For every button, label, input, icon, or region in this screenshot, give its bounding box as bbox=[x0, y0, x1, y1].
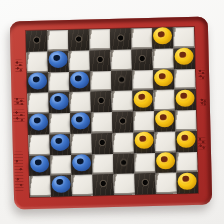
light-square[interactable] bbox=[131, 28, 153, 49]
dark-square[interactable] bbox=[154, 110, 176, 131]
embossed-text-icon bbox=[14, 151, 24, 191]
piece-hole bbox=[180, 52, 187, 58]
piece-hole bbox=[75, 75, 82, 81]
piece-hole bbox=[76, 116, 83, 122]
light-square[interactable] bbox=[112, 132, 134, 153]
embossed-dots-icon bbox=[198, 68, 205, 80]
piece-hole bbox=[183, 176, 190, 182]
blue-piece[interactable] bbox=[69, 71, 88, 88]
piece-hole bbox=[33, 76, 40, 82]
embossed-dots-icon bbox=[198, 136, 206, 150]
light-square[interactable] bbox=[176, 151, 198, 172]
light-square[interactable] bbox=[111, 91, 133, 112]
dark-square[interactable] bbox=[153, 69, 175, 90]
piece-hole bbox=[54, 55, 61, 61]
blue-piece[interactable] bbox=[49, 92, 68, 109]
dark-square[interactable] bbox=[93, 174, 115, 195]
dark-square[interactable] bbox=[68, 30, 90, 51]
yellow-piece[interactable] bbox=[134, 132, 153, 149]
light-square[interactable] bbox=[110, 49, 132, 70]
dark-square[interactable] bbox=[70, 112, 92, 133]
yellow-piece[interactable] bbox=[153, 69, 172, 86]
light-square[interactable] bbox=[173, 27, 195, 48]
light-square[interactable] bbox=[175, 110, 197, 131]
dark-square[interactable] bbox=[175, 131, 197, 152]
dark-square[interactable] bbox=[47, 51, 69, 72]
light-square[interactable] bbox=[27, 93, 49, 114]
yellow-piece[interactable] bbox=[155, 152, 174, 169]
embossed-logo-icon bbox=[13, 109, 25, 122]
embossed-dots-icon bbox=[15, 59, 23, 72]
piece-hole bbox=[160, 114, 167, 120]
light-square[interactable] bbox=[72, 175, 94, 196]
dark-square[interactable] bbox=[113, 153, 135, 174]
dark-square[interactable] bbox=[111, 70, 133, 91]
checkers-board-photo bbox=[0, 0, 224, 224]
blue-piece[interactable] bbox=[48, 51, 67, 68]
dark-square[interactable] bbox=[50, 134, 72, 155]
piece-hole bbox=[159, 73, 166, 79]
dark-square[interactable] bbox=[48, 92, 70, 113]
yellow-piece[interactable] bbox=[177, 172, 196, 189]
dark-square[interactable] bbox=[90, 91, 112, 112]
light-square[interactable] bbox=[134, 152, 156, 173]
yellow-piece[interactable] bbox=[152, 28, 171, 45]
light-square[interactable] bbox=[152, 48, 174, 69]
dark-square[interactable] bbox=[89, 50, 111, 71]
yellow-piece[interactable] bbox=[175, 89, 194, 106]
light-square[interactable] bbox=[133, 111, 155, 132]
dark-square[interactable] bbox=[26, 31, 48, 52]
piece-hole bbox=[56, 138, 63, 144]
piece-hole bbox=[57, 179, 64, 185]
dark-square[interactable] bbox=[69, 71, 91, 92]
embossed-text-icon bbox=[14, 97, 25, 105]
dark-square[interactable] bbox=[112, 111, 134, 132]
dark-square[interactable] bbox=[29, 155, 51, 176]
yellow-piece[interactable] bbox=[133, 90, 152, 107]
dark-square[interactable] bbox=[133, 132, 155, 153]
blue-piece[interactable] bbox=[27, 72, 46, 89]
board-frame bbox=[10, 17, 213, 210]
light-square[interactable] bbox=[70, 133, 92, 154]
yellow-piece[interactable] bbox=[154, 110, 173, 127]
blue-piece[interactable] bbox=[70, 113, 89, 130]
dark-square[interactable] bbox=[28, 114, 50, 135]
dark-square[interactable] bbox=[134, 173, 156, 194]
piece-hole bbox=[77, 158, 84, 164]
piece-hole bbox=[161, 156, 168, 162]
dark-square[interactable] bbox=[174, 89, 196, 110]
dark-square[interactable] bbox=[71, 154, 93, 175]
light-square[interactable] bbox=[68, 50, 90, 71]
light-square[interactable] bbox=[132, 69, 154, 90]
piece-hole bbox=[139, 94, 146, 100]
blue-piece[interactable] bbox=[28, 114, 47, 131]
dark-square[interactable] bbox=[27, 72, 49, 93]
blue-piece[interactable] bbox=[29, 155, 48, 172]
piece-hole bbox=[34, 118, 41, 124]
yellow-piece[interactable] bbox=[174, 48, 193, 65]
light-square[interactable] bbox=[154, 131, 176, 152]
light-square[interactable] bbox=[113, 174, 135, 195]
piece-hole bbox=[55, 96, 62, 102]
light-square[interactable] bbox=[69, 92, 91, 113]
light-square[interactable] bbox=[155, 173, 177, 194]
light-square[interactable] bbox=[48, 72, 70, 93]
dark-square[interactable] bbox=[155, 152, 177, 173]
yellow-piece[interactable] bbox=[176, 131, 195, 148]
light-square[interactable] bbox=[26, 51, 48, 72]
light-square[interactable] bbox=[49, 113, 71, 134]
embossed-dots-icon bbox=[200, 98, 207, 106]
blue-piece[interactable] bbox=[51, 175, 70, 192]
dark-square[interactable] bbox=[132, 90, 154, 111]
light-square[interactable] bbox=[30, 176, 52, 197]
piece-hole bbox=[140, 136, 147, 142]
piece-hole bbox=[35, 159, 42, 165]
piece-hole bbox=[181, 93, 188, 99]
light-square[interactable] bbox=[47, 30, 69, 51]
light-square[interactable] bbox=[89, 29, 111, 50]
dark-square[interactable] bbox=[110, 28, 132, 49]
light-square[interactable] bbox=[174, 68, 196, 89]
dark-square[interactable] bbox=[51, 175, 73, 196]
dark-square[interactable] bbox=[176, 172, 198, 193]
light-square[interactable] bbox=[50, 154, 72, 175]
light-square[interactable] bbox=[153, 90, 175, 111]
dark-square[interactable] bbox=[173, 48, 195, 69]
light-square[interactable] bbox=[92, 153, 114, 174]
light-square[interactable] bbox=[29, 134, 51, 155]
blue-piece[interactable] bbox=[50, 134, 69, 151]
dark-square[interactable] bbox=[91, 133, 113, 154]
dark-square[interactable] bbox=[131, 49, 153, 70]
light-square[interactable] bbox=[91, 112, 113, 133]
piece-hole bbox=[158, 31, 165, 37]
blue-piece[interactable] bbox=[71, 154, 90, 171]
piece-hole bbox=[182, 135, 189, 141]
light-square[interactable] bbox=[90, 70, 112, 91]
checkers-board bbox=[26, 27, 198, 197]
dark-square[interactable] bbox=[152, 27, 174, 48]
